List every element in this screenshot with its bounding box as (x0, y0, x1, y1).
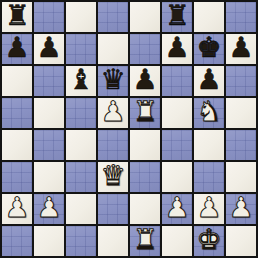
piece-white-king: ♚ (196, 226, 221, 255)
square-e5[interactable]: ♜ (130, 98, 160, 128)
square-b4[interactable] (34, 130, 64, 160)
square-e7[interactable] (130, 34, 160, 64)
square-a4[interactable] (2, 130, 32, 160)
square-g4[interactable] (194, 130, 224, 160)
square-f3[interactable] (162, 162, 192, 192)
square-a2[interactable]: ♟ (2, 194, 32, 224)
piece-black-pawn: ♟ (164, 34, 189, 63)
piece-white-pawn: ♟ (36, 194, 61, 223)
piece-black-bishop: ♝ (68, 66, 93, 95)
square-b6[interactable] (34, 66, 64, 96)
piece-white-pawn: ♟ (4, 194, 29, 223)
piece-white-queen: ♛ (100, 162, 125, 191)
square-e8[interactable] (130, 2, 160, 32)
piece-black-pawn: ♟ (132, 66, 157, 95)
square-g6[interactable]: ♟ (194, 66, 224, 96)
square-a1[interactable] (2, 226, 32, 256)
square-b7[interactable]: ♟ (34, 34, 64, 64)
square-f1[interactable] (162, 226, 192, 256)
piece-white-knight: ♞ (196, 98, 221, 127)
square-e2[interactable] (130, 194, 160, 224)
square-a5[interactable] (2, 98, 32, 128)
square-e4[interactable] (130, 130, 160, 160)
square-c8[interactable] (66, 2, 96, 32)
square-a8[interactable]: ♜ (2, 2, 32, 32)
square-c5[interactable] (66, 98, 96, 128)
square-b2[interactable]: ♟ (34, 194, 64, 224)
square-b8[interactable] (34, 2, 64, 32)
square-h5[interactable] (226, 98, 256, 128)
square-h4[interactable] (226, 130, 256, 160)
square-f8[interactable]: ♜ (162, 2, 192, 32)
square-e6[interactable]: ♟ (130, 66, 160, 96)
square-d8[interactable] (98, 2, 128, 32)
square-g2[interactable]: ♟ (194, 194, 224, 224)
square-a7[interactable]: ♟ (2, 34, 32, 64)
square-f6[interactable] (162, 66, 192, 96)
square-b1[interactable] (34, 226, 64, 256)
piece-white-rook: ♜ (132, 226, 157, 255)
piece-black-queen: ♛ (100, 66, 125, 95)
chess-board: ♜♜♟♟♟♚♟♝♛♟♟♟♜♞♛♟♟♟♟♟♜♚ (0, 0, 258, 258)
square-d1[interactable] (98, 226, 128, 256)
piece-white-pawn: ♟ (228, 194, 253, 223)
square-e3[interactable] (130, 162, 160, 192)
square-d6[interactable]: ♛ (98, 66, 128, 96)
square-g8[interactable] (194, 2, 224, 32)
square-b3[interactable] (34, 162, 64, 192)
square-d2[interactable] (98, 194, 128, 224)
square-e1[interactable]: ♜ (130, 226, 160, 256)
piece-black-pawn: ♟ (4, 34, 29, 63)
square-c2[interactable] (66, 194, 96, 224)
square-c3[interactable] (66, 162, 96, 192)
piece-black-king: ♚ (196, 34, 221, 63)
square-h8[interactable] (226, 2, 256, 32)
square-f5[interactable] (162, 98, 192, 128)
square-f2[interactable]: ♟ (162, 194, 192, 224)
square-f4[interactable] (162, 130, 192, 160)
square-h1[interactable] (226, 226, 256, 256)
square-d5[interactable]: ♟ (98, 98, 128, 128)
piece-black-rook: ♜ (4, 2, 29, 31)
square-d7[interactable] (98, 34, 128, 64)
square-a3[interactable] (2, 162, 32, 192)
square-h2[interactable]: ♟ (226, 194, 256, 224)
square-g5[interactable]: ♞ (194, 98, 224, 128)
piece-black-rook: ♜ (164, 2, 189, 31)
square-g1[interactable]: ♚ (194, 226, 224, 256)
square-h7[interactable]: ♟ (226, 34, 256, 64)
piece-white-pawn: ♟ (164, 194, 189, 223)
square-c1[interactable] (66, 226, 96, 256)
square-c4[interactable] (66, 130, 96, 160)
square-d3[interactable]: ♛ (98, 162, 128, 192)
square-d4[interactable] (98, 130, 128, 160)
square-c7[interactable] (66, 34, 96, 64)
square-g7[interactable]: ♚ (194, 34, 224, 64)
square-c6[interactable]: ♝ (66, 66, 96, 96)
piece-black-pawn: ♟ (36, 34, 61, 63)
square-f7[interactable]: ♟ (162, 34, 192, 64)
piece-black-pawn: ♟ (228, 34, 253, 63)
piece-white-rook: ♜ (132, 98, 157, 127)
piece-black-pawn: ♟ (196, 66, 221, 95)
square-h6[interactable] (226, 66, 256, 96)
square-h3[interactable] (226, 162, 256, 192)
square-a6[interactable] (2, 66, 32, 96)
square-g3[interactable] (194, 162, 224, 192)
piece-white-pawn: ♟ (196, 194, 221, 223)
square-b5[interactable] (34, 98, 64, 128)
piece-white-pawn: ♟ (100, 98, 125, 127)
